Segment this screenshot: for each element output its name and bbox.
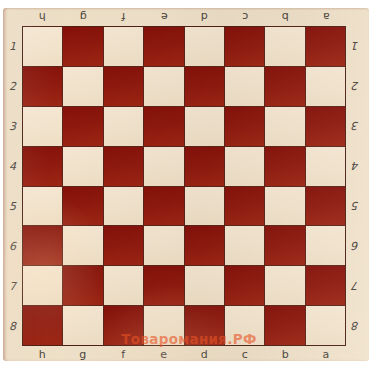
square-c2 xyxy=(225,67,264,106)
square-h7 xyxy=(23,266,62,305)
file-label-top-b: b xyxy=(265,10,306,24)
file-labels-bottom: hgfedcba xyxy=(22,347,346,361)
file-label-top-f: f xyxy=(103,10,144,24)
rank-label-left-3: 3 xyxy=(5,106,20,146)
square-b5 xyxy=(265,187,304,226)
file-label-top-d: d xyxy=(184,10,225,24)
rank-label-right-8: 8 xyxy=(348,306,363,346)
rank-label-left-8: 8 xyxy=(5,306,20,346)
chess-board xyxy=(22,26,346,346)
rank-label-right-7: 7 xyxy=(348,266,363,306)
square-h6 xyxy=(23,226,62,265)
square-e8 xyxy=(144,306,183,345)
square-c1 xyxy=(225,27,264,66)
square-d4 xyxy=(185,147,224,186)
square-c6 xyxy=(225,226,264,265)
square-e5 xyxy=(144,187,183,226)
square-e6 xyxy=(144,226,183,265)
square-a7 xyxy=(306,266,345,305)
square-d2 xyxy=(185,67,224,106)
square-d6 xyxy=(185,226,224,265)
square-f8 xyxy=(104,306,143,345)
square-h1 xyxy=(23,27,62,66)
square-a6 xyxy=(306,226,345,265)
square-b6 xyxy=(265,226,304,265)
square-a3 xyxy=(306,107,345,146)
square-g8 xyxy=(63,306,102,345)
square-g4 xyxy=(63,147,102,186)
square-b3 xyxy=(265,107,304,146)
square-f6 xyxy=(104,226,143,265)
square-e3 xyxy=(144,107,183,146)
square-d1 xyxy=(185,27,224,66)
square-d3 xyxy=(185,107,224,146)
rank-label-left-4: 4 xyxy=(5,146,20,186)
file-label-bottom-d: d xyxy=(184,347,225,361)
square-g7 xyxy=(63,266,102,305)
square-d7 xyxy=(185,266,224,305)
square-c8 xyxy=(225,306,264,345)
vinyl-board-mat: hgfedcba 12345678 12345678 hgfedcba xyxy=(3,8,369,361)
square-f2 xyxy=(104,67,143,106)
rank-label-right-2: 2 xyxy=(348,66,363,106)
square-e2 xyxy=(144,67,183,106)
rank-label-right-3: 3 xyxy=(348,106,363,146)
rank-label-right-4: 4 xyxy=(348,146,363,186)
square-e4 xyxy=(144,147,183,186)
square-f7 xyxy=(104,266,143,305)
file-label-top-c: c xyxy=(225,10,266,24)
square-b1 xyxy=(265,27,304,66)
square-c5 xyxy=(225,187,264,226)
square-c7 xyxy=(225,266,264,305)
file-label-bottom-f: f xyxy=(103,347,144,361)
rank-label-right-6: 6 xyxy=(348,226,363,266)
square-d8 xyxy=(185,306,224,345)
square-a5 xyxy=(306,187,345,226)
square-f1 xyxy=(104,27,143,66)
square-e7 xyxy=(144,266,183,305)
file-label-top-e: e xyxy=(144,10,185,24)
square-b7 xyxy=(265,266,304,305)
square-g5 xyxy=(63,187,102,226)
file-label-bottom-e: e xyxy=(144,347,185,361)
rank-labels-left: 12345678 xyxy=(5,26,20,346)
square-a2 xyxy=(306,67,345,106)
square-g3 xyxy=(63,107,102,146)
rank-labels-right: 12345678 xyxy=(348,26,363,346)
square-b8 xyxy=(265,306,304,345)
file-labels-top: hgfedcba xyxy=(22,10,346,24)
square-h5 xyxy=(23,187,62,226)
square-g1 xyxy=(63,27,102,66)
file-label-bottom-g: g xyxy=(63,347,104,361)
rank-label-left-5: 5 xyxy=(5,186,20,226)
rank-label-left-2: 2 xyxy=(5,66,20,106)
square-b2 xyxy=(265,67,304,106)
file-label-top-h: h xyxy=(22,10,63,24)
file-label-bottom-b: b xyxy=(265,347,306,361)
square-g2 xyxy=(63,67,102,106)
square-h8 xyxy=(23,306,62,345)
square-d5 xyxy=(185,187,224,226)
rank-label-left-1: 1 xyxy=(5,26,20,66)
square-a8 xyxy=(306,306,345,345)
square-g6 xyxy=(63,226,102,265)
rank-label-left-6: 6 xyxy=(5,226,20,266)
square-b4 xyxy=(265,147,304,186)
square-h3 xyxy=(23,107,62,146)
square-e1 xyxy=(144,27,183,66)
square-c4 xyxy=(225,147,264,186)
square-f4 xyxy=(104,147,143,186)
rank-label-left-7: 7 xyxy=(5,266,20,306)
file-label-bottom-c: c xyxy=(225,347,266,361)
square-f3 xyxy=(104,107,143,146)
square-a1 xyxy=(306,27,345,66)
file-label-bottom-h: h xyxy=(22,347,63,361)
square-f5 xyxy=(104,187,143,226)
square-h4 xyxy=(23,147,62,186)
file-label-bottom-a: a xyxy=(306,347,347,361)
file-label-top-a: a xyxy=(306,10,347,24)
file-label-top-g: g xyxy=(63,10,104,24)
rank-label-right-5: 5 xyxy=(348,186,363,226)
square-h2 xyxy=(23,67,62,106)
square-a4 xyxy=(306,147,345,186)
square-c3 xyxy=(225,107,264,146)
rank-label-right-1: 1 xyxy=(348,26,363,66)
